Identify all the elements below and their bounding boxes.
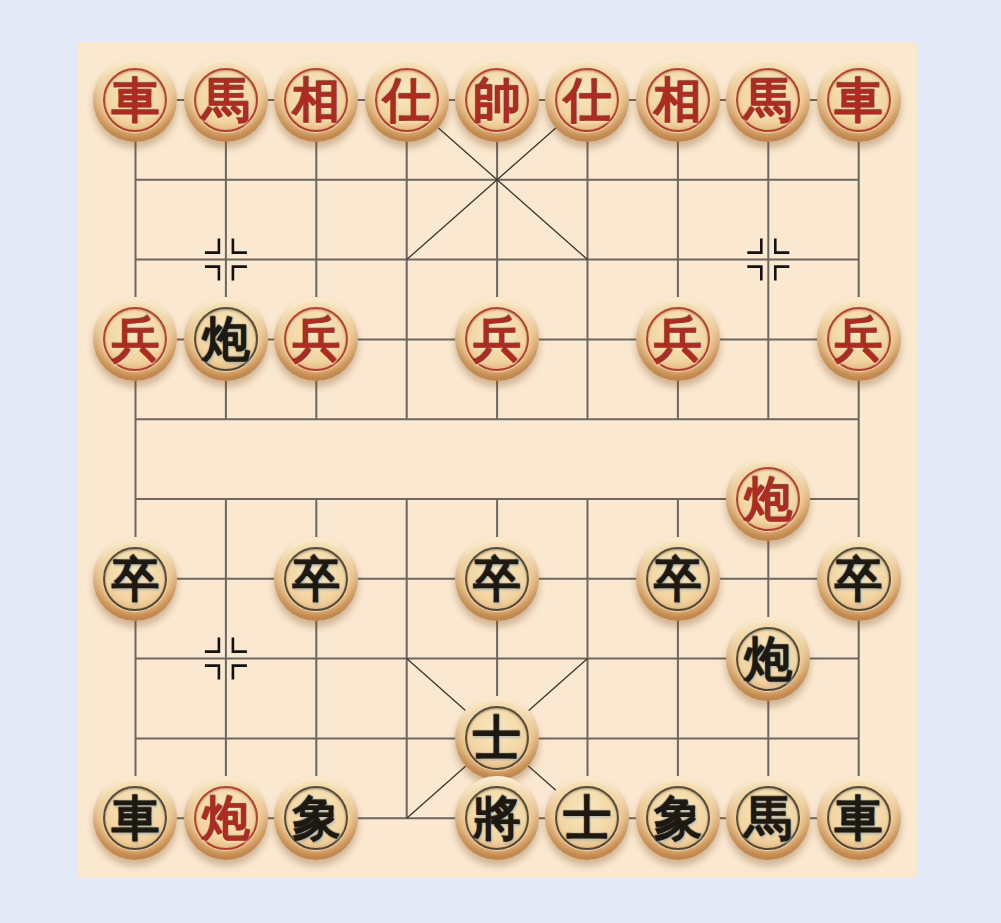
- piece-red-soldier[interactable]: 兵: [817, 297, 901, 381]
- intersection-8-7[interactable]: [813, 619, 903, 699]
- piece-black-soldier[interactable]: 卒: [636, 537, 720, 621]
- intersection-6-5[interactable]: [633, 459, 723, 539]
- intersection-5-6[interactable]: [542, 539, 632, 619]
- intersection-5-8[interactable]: [542, 699, 632, 779]
- intersection-1-2[interactable]: [181, 220, 271, 300]
- piece-glyph: 炮: [184, 776, 268, 860]
- piece-black-horse[interactable]: 馬: [726, 776, 810, 860]
- intersection-3-3[interactable]: [361, 300, 451, 380]
- piece-red-horse[interactable]: 馬: [726, 58, 810, 142]
- intersection-7-0[interactable]: 馬: [723, 60, 813, 140]
- intersection-5-2[interactable]: [542, 220, 632, 300]
- piece-red-soldier[interactable]: 兵: [636, 297, 720, 381]
- intersection-1-1[interactable]: [181, 140, 271, 220]
- piece-glyph: 車: [817, 58, 901, 142]
- intersection-5-7[interactable]: [542, 619, 632, 699]
- intersection-2-7[interactable]: [271, 619, 361, 699]
- intersection-0-6[interactable]: 卒: [90, 539, 180, 619]
- piece-red-cannon[interactable]: 炮: [726, 457, 810, 541]
- piece-glyph: 卒: [636, 537, 720, 621]
- intersection-3-7[interactable]: [361, 619, 451, 699]
- intersection-4-1[interactable]: [452, 140, 542, 220]
- piece-glyph: 兵: [455, 297, 539, 381]
- piece-glyph: 將: [455, 776, 539, 860]
- piece-glyph: 炮: [726, 617, 810, 701]
- piece-glyph: 象: [636, 776, 720, 860]
- intersection-3-6[interactable]: [361, 539, 451, 619]
- intersection-8-9[interactable]: 車: [813, 778, 903, 858]
- intersection-1-0[interactable]: 馬: [181, 60, 271, 140]
- piece-black-chariot[interactable]: 車: [817, 776, 901, 860]
- piece-glyph: 炮: [726, 457, 810, 541]
- intersection-1-3[interactable]: 炮: [181, 300, 271, 380]
- intersection-8-5[interactable]: [813, 459, 903, 539]
- intersection-7-2[interactable]: [723, 220, 813, 300]
- piece-black-general[interactable]: 將: [455, 776, 539, 860]
- piece-red-elephant[interactable]: 相: [274, 58, 358, 142]
- intersection-8-8[interactable]: [813, 699, 903, 779]
- piece-black-advisor[interactable]: 士: [545, 776, 629, 860]
- intersection-4-4[interactable]: [452, 379, 542, 459]
- piece-red-chariot[interactable]: 車: [817, 58, 901, 142]
- intersection-6-7[interactable]: [633, 619, 723, 699]
- intersection-0-7[interactable]: [90, 619, 180, 699]
- piece-black-cannon[interactable]: 炮: [184, 297, 268, 381]
- piece-glyph: 士: [455, 696, 539, 780]
- intersection-0-2[interactable]: [90, 220, 180, 300]
- intersection-4-3[interactable]: 兵: [452, 300, 542, 380]
- intersection-4-5[interactable]: [452, 459, 542, 539]
- intersection-4-0[interactable]: 帥: [452, 60, 542, 140]
- piece-glyph: 相: [636, 58, 720, 142]
- intersection-3-5[interactable]: [361, 459, 451, 539]
- intersection-6-6[interactable]: 卒: [633, 539, 723, 619]
- intersection-8-2[interactable]: [813, 220, 903, 300]
- intersection-8-0[interactable]: 車: [813, 60, 903, 140]
- piece-glyph: 車: [93, 776, 177, 860]
- piece-glyph: 卒: [455, 537, 539, 621]
- piece-red-chariot[interactable]: 車: [93, 58, 177, 142]
- intersection-7-3[interactable]: [723, 300, 813, 380]
- intersection-3-2[interactable]: [361, 220, 451, 300]
- intersection-0-8[interactable]: [90, 699, 180, 779]
- piece-black-elephant[interactable]: 象: [274, 776, 358, 860]
- piece-red-soldier[interactable]: 兵: [93, 297, 177, 381]
- intersection-6-0[interactable]: 相: [633, 60, 723, 140]
- intersection-3-9[interactable]: [361, 778, 451, 858]
- intersection-6-4[interactable]: [633, 379, 723, 459]
- intersection-2-4[interactable]: [271, 379, 361, 459]
- piece-glyph: 卒: [93, 537, 177, 621]
- intersection-1-7[interactable]: [181, 619, 271, 699]
- intersection-0-1[interactable]: [90, 140, 180, 220]
- intersection-5-1[interactable]: [542, 140, 632, 220]
- intersection-1-6[interactable]: [181, 539, 271, 619]
- piece-red-advisor[interactable]: 仕: [545, 58, 629, 142]
- piece-glyph: 兵: [636, 297, 720, 381]
- piece-red-general[interactable]: 帥: [455, 58, 539, 142]
- intersection-3-1[interactable]: [361, 140, 451, 220]
- piece-glyph: 車: [93, 58, 177, 142]
- intersection-6-8[interactable]: [633, 699, 723, 779]
- intersection-2-2[interactable]: [271, 220, 361, 300]
- intersection-7-4[interactable]: [723, 379, 813, 459]
- piece-glyph: 兵: [817, 297, 901, 381]
- piece-black-soldier[interactable]: 卒: [93, 537, 177, 621]
- intersection-3-0[interactable]: 仕: [361, 60, 451, 140]
- intersection-2-8[interactable]: [271, 699, 361, 779]
- intersection-4-6[interactable]: 卒: [452, 539, 542, 619]
- piece-glyph: 馬: [184, 58, 268, 142]
- xiangqi-app: 車馬相仕帥仕相馬車兵炮兵兵兵兵炮卒卒卒卒卒炮士車炮象將士象馬車: [0, 0, 1001, 923]
- piece-red-horse[interactable]: 馬: [184, 58, 268, 142]
- intersection-5-4[interactable]: [542, 379, 632, 459]
- intersection-8-6[interactable]: 卒: [813, 539, 903, 619]
- piece-glyph: 帥: [455, 58, 539, 142]
- intersection-1-8[interactable]: [181, 699, 271, 779]
- piece-glyph: 馬: [726, 776, 810, 860]
- piece-black-soldier[interactable]: 卒: [455, 537, 539, 621]
- piece-red-cannon[interactable]: 炮: [184, 776, 268, 860]
- intersection-3-8[interactable]: [361, 699, 451, 779]
- intersection-6-2[interactable]: [633, 220, 723, 300]
- intersection-7-7[interactable]: 炮: [723, 619, 813, 699]
- piece-black-cannon[interactable]: 炮: [726, 617, 810, 701]
- intersection-7-6[interactable]: [723, 539, 813, 619]
- intersection-2-5[interactable]: [271, 459, 361, 539]
- intersection-0-9[interactable]: 車: [90, 778, 180, 858]
- intersection-6-1[interactable]: [633, 140, 723, 220]
- intersection-4-9[interactable]: 將: [452, 778, 542, 858]
- piece-red-soldier[interactable]: 兵: [455, 297, 539, 381]
- intersection-6-9[interactable]: 象: [633, 778, 723, 858]
- intersection-5-5[interactable]: [542, 459, 632, 539]
- piece-glyph: 相: [274, 58, 358, 142]
- intersection-3-4[interactable]: [361, 379, 451, 459]
- intersection-4-2[interactable]: [452, 220, 542, 300]
- intersection-0-5[interactable]: [90, 459, 180, 539]
- piece-glyph: 仕: [365, 58, 449, 142]
- intersection-2-3[interactable]: 兵: [271, 300, 361, 380]
- piece-glyph: 兵: [93, 297, 177, 381]
- intersection-8-3[interactable]: 兵: [813, 300, 903, 380]
- intersection-0-0[interactable]: 車: [90, 60, 180, 140]
- intersection-8-4[interactable]: [813, 379, 903, 459]
- intersection-5-9[interactable]: 士: [542, 778, 632, 858]
- intersection-4-7[interactable]: [452, 619, 542, 699]
- piece-red-advisor[interactable]: 仕: [365, 58, 449, 142]
- intersection-6-3[interactable]: 兵: [633, 300, 723, 380]
- piece-red-soldier[interactable]: 兵: [274, 297, 358, 381]
- piece-glyph: 卒: [817, 537, 901, 621]
- intersection-7-5[interactable]: 炮: [723, 459, 813, 539]
- xiangqi-board[interactable]: 車馬相仕帥仕相馬車兵炮兵兵兵兵炮卒卒卒卒卒炮士車炮象將士象馬車: [90, 60, 904, 858]
- intersection-1-5[interactable]: [181, 459, 271, 539]
- intersection-1-9[interactable]: 炮: [181, 778, 271, 858]
- intersection-7-1[interactable]: [723, 140, 813, 220]
- piece-glyph: 象: [274, 776, 358, 860]
- piece-glyph: 士: [545, 776, 629, 860]
- intersection-5-0[interactable]: 仕: [542, 60, 632, 140]
- intersection-0-4[interactable]: [90, 379, 180, 459]
- piece-red-elephant[interactable]: 相: [636, 58, 720, 142]
- intersection-4-8[interactable]: 士: [452, 699, 542, 779]
- intersection-0-3[interactable]: 兵: [90, 300, 180, 380]
- intersection-1-4[interactable]: [181, 379, 271, 459]
- piece-black-chariot[interactable]: 車: [93, 776, 177, 860]
- piece-glyph: 炮: [184, 297, 268, 381]
- intersection-2-6[interactable]: 卒: [271, 539, 361, 619]
- piece-glyph: 卒: [274, 537, 358, 621]
- piece-glyph: 馬: [726, 58, 810, 142]
- piece-glyph: 仕: [545, 58, 629, 142]
- piece-black-soldier[interactable]: 卒: [274, 537, 358, 621]
- intersection-2-0[interactable]: 相: [271, 60, 361, 140]
- piece-black-soldier[interactable]: 卒: [817, 537, 901, 621]
- intersection-7-9[interactable]: 馬: [723, 778, 813, 858]
- piece-glyph: 兵: [274, 297, 358, 381]
- intersection-8-1[interactable]: [813, 140, 903, 220]
- piece-black-advisor[interactable]: 士: [455, 696, 539, 780]
- intersection-2-9[interactable]: 象: [271, 778, 361, 858]
- piece-black-elephant[interactable]: 象: [636, 776, 720, 860]
- intersection-5-3[interactable]: [542, 300, 632, 380]
- piece-glyph: 車: [817, 776, 901, 860]
- intersection-7-8[interactable]: [723, 699, 813, 779]
- intersection-2-1[interactable]: [271, 140, 361, 220]
